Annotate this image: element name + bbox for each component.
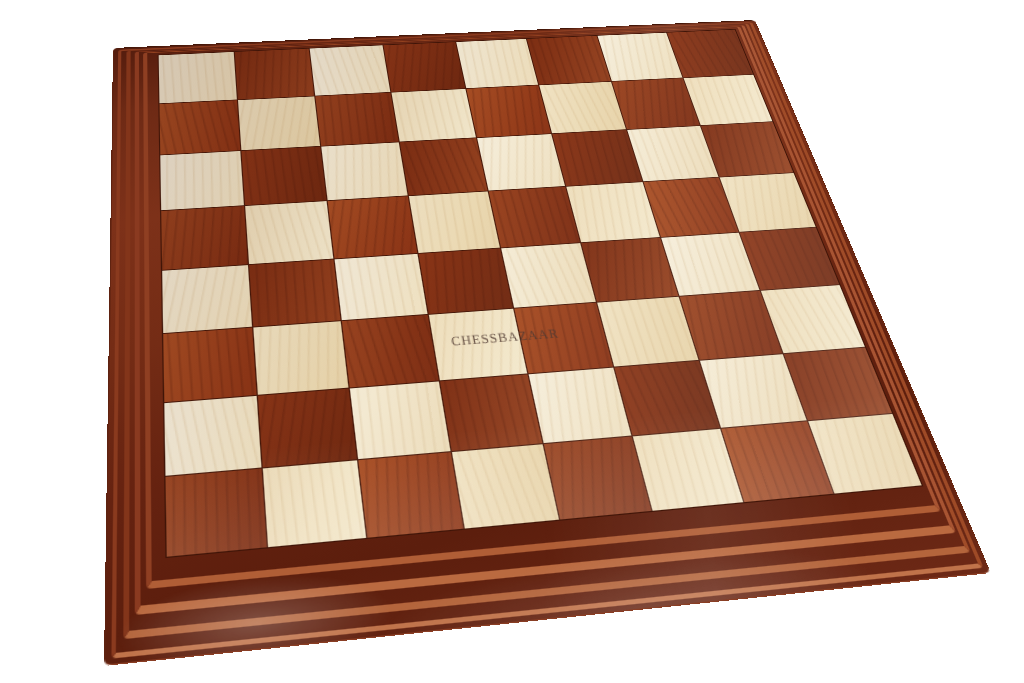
square-d5 bbox=[408, 191, 499, 252]
square-a3 bbox=[163, 328, 256, 402]
square-c7 bbox=[315, 92, 398, 146]
square-a5 bbox=[161, 206, 248, 269]
square-d3 bbox=[428, 309, 526, 380]
square-d8 bbox=[383, 42, 465, 92]
square-b7 bbox=[238, 96, 320, 150]
square-e7 bbox=[466, 85, 552, 138]
square-c8 bbox=[309, 45, 389, 95]
square-e3 bbox=[514, 303, 614, 373]
square-f7 bbox=[540, 81, 627, 133]
square-c6 bbox=[321, 143, 407, 201]
square-a6 bbox=[160, 151, 244, 210]
square-f6 bbox=[553, 130, 643, 186]
square-a7 bbox=[159, 100, 240, 155]
square-d2 bbox=[440, 374, 542, 451]
square-b1 bbox=[263, 461, 366, 547]
square-d4 bbox=[418, 248, 512, 314]
square-e5 bbox=[488, 187, 580, 248]
square-e2 bbox=[528, 367, 632, 443]
square-c5 bbox=[327, 196, 416, 258]
square-d1 bbox=[452, 445, 559, 529]
board-playing-field: CHESSBAZAAR bbox=[158, 29, 924, 558]
square-e8 bbox=[456, 39, 539, 88]
square-c2 bbox=[349, 381, 450, 459]
chess-board: CHESSBAZAAR bbox=[104, 20, 991, 666]
square-b8 bbox=[235, 49, 314, 100]
square-b6 bbox=[241, 147, 326, 205]
square-a4 bbox=[162, 265, 252, 334]
square-e4 bbox=[501, 243, 597, 308]
square-e1 bbox=[543, 437, 652, 520]
square-d7 bbox=[391, 89, 475, 142]
photo-backdrop: CHESSBAZAAR bbox=[0, 0, 1024, 683]
square-c3 bbox=[342, 315, 439, 387]
square-a8 bbox=[159, 52, 237, 103]
square-f8 bbox=[527, 36, 611, 85]
square-a2 bbox=[164, 396, 261, 477]
square-b4 bbox=[249, 259, 340, 327]
square-d6 bbox=[399, 138, 487, 195]
square-b3 bbox=[253, 321, 348, 394]
square-b5 bbox=[245, 201, 333, 264]
square-c1 bbox=[358, 453, 463, 538]
square-b2 bbox=[258, 388, 357, 467]
square-c4 bbox=[334, 253, 427, 320]
board-frame: CHESSBAZAAR bbox=[104, 20, 991, 666]
square-a1 bbox=[165, 469, 266, 557]
square-h8 bbox=[667, 30, 753, 78]
square-e6 bbox=[477, 134, 566, 190]
